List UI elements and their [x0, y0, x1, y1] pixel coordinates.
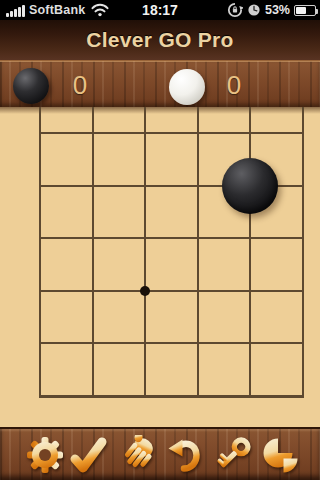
hoshi-point [140, 286, 150, 296]
grid-line-vertical [144, 107, 146, 398]
hint-button[interactable] [213, 435, 253, 475]
black-stone[interactable] [222, 158, 278, 214]
white-stone-score-icon [169, 69, 205, 105]
settings-button[interactable] [25, 435, 65, 475]
grid-line-vertical [302, 107, 304, 398]
grid-line-horizontal [39, 342, 304, 344]
white-capture-count: 0 [219, 70, 249, 101]
grid-line-vertical [249, 107, 251, 398]
hand-icon [120, 435, 160, 475]
pie-chart-icon [260, 435, 300, 475]
bottom-toolbar [0, 427, 320, 480]
key-icon [213, 435, 253, 475]
score-button[interactable] [260, 435, 300, 475]
gear-icon [25, 435, 65, 475]
grid-line-vertical [197, 107, 199, 398]
status-bar: SoftBank 18:17 [0, 0, 320, 20]
grid-line-horizontal [39, 395, 304, 398]
grid-line-horizontal [39, 132, 304, 134]
check-icon [68, 435, 108, 475]
undo-arrow-icon [165, 435, 205, 475]
grid-line-horizontal [39, 237, 304, 239]
page-title: Clever GO Pro [86, 28, 233, 52]
status-right: 53% [227, 0, 316, 20]
alarm-clock-icon [247, 3, 261, 17]
battery-icon [294, 5, 316, 16]
grid-line-vertical [39, 107, 41, 398]
grid-line-vertical [92, 107, 94, 398]
undo-button[interactable] [165, 435, 205, 475]
black-stone-score-icon [13, 68, 49, 104]
rotation-lock-icon [227, 2, 243, 18]
capture-score-bar: 0 0 [0, 61, 320, 107]
confirm-move-button[interactable] [68, 435, 108, 475]
board-top-shadow [0, 107, 320, 114]
title-bar: Clever GO Pro [0, 20, 320, 61]
grid-line-horizontal [39, 290, 304, 292]
pass-button[interactable] [120, 435, 160, 475]
black-capture-count: 0 [65, 70, 95, 101]
battery-percent-label: 53% [265, 3, 290, 17]
go-board[interactable] [0, 107, 320, 427]
app-screen: SoftBank 18:17 [0, 0, 320, 480]
